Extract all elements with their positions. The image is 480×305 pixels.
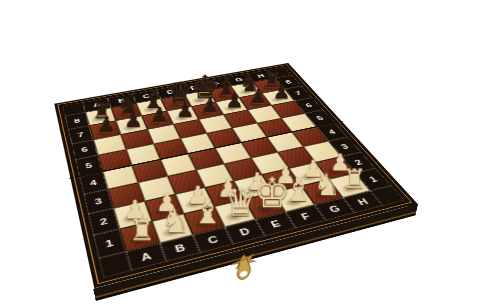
piece-black-pawn[interactable]: ♟ xyxy=(198,96,222,116)
piece-black-pawn[interactable]: ♟ xyxy=(223,91,247,111)
piece-white-knight[interactable]: ♞ xyxy=(160,205,191,237)
board-grid: ABCDEFGH8♜♞♝♛♚♝♞♜87♟♟♟♟♟♟♟♟7665544332♟♟♟… xyxy=(62,67,404,278)
piece-white-rook[interactable]: ♜ xyxy=(340,166,369,192)
file-label-e-bottom: E xyxy=(256,212,296,236)
product-photo-stage: ABCDEFGH8♜♞♝♛♚♝♞♜87♟♟♟♟♟♟♟♟7665544332♟♟♟… xyxy=(0,0,480,305)
piece-black-pawn[interactable]: ♟ xyxy=(270,83,293,103)
brass-latch-icon xyxy=(229,250,257,286)
piece-black-pawn[interactable]: ♟ xyxy=(94,115,119,136)
piece-black-pawn[interactable]: ♟ xyxy=(147,105,172,126)
piece-black-pawn[interactable]: ♟ xyxy=(173,100,197,121)
chessboard: ABCDEFGH8♜♞♝♛♚♝♞♜87♟♟♟♟♟♟♟♟7665544332♟♟♟… xyxy=(54,63,417,288)
scene: ABCDEFGH8♜♞♝♛♚♝♞♜87♟♟♟♟♟♟♟♟7665544332♟♟♟… xyxy=(0,0,480,305)
piece-white-bishop[interactable]: ♝ xyxy=(192,195,223,229)
piece-white-rook[interactable]: ♜ xyxy=(126,216,158,245)
piece-black-pawn[interactable]: ♟ xyxy=(247,87,270,107)
piece-white-king[interactable]: ♚ xyxy=(254,173,284,214)
piece-black-pawn[interactable]: ♟ xyxy=(121,110,146,131)
piece-white-queen[interactable]: ♛ xyxy=(223,183,253,222)
piece-white-knight[interactable]: ♞ xyxy=(312,169,341,199)
